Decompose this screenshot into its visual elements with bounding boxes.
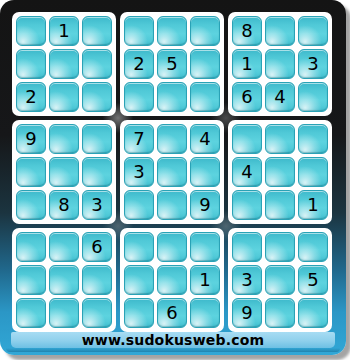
cell-r2c6[interactable] bbox=[190, 49, 220, 79]
cell-r6c7[interactable] bbox=[232, 190, 262, 220]
cell-r2c3[interactable] bbox=[82, 49, 112, 79]
cell-r4c6[interactable]: 4 bbox=[190, 124, 220, 154]
cell-r3c9[interactable] bbox=[298, 82, 328, 112]
cell-r3c6[interactable] bbox=[190, 82, 220, 112]
cell-r5c3[interactable] bbox=[82, 157, 112, 187]
site-url: www.sudokusweb.com bbox=[82, 332, 265, 348]
sudoku-block-2-3: 41 bbox=[228, 120, 332, 224]
cell-r2c8[interactable] bbox=[265, 49, 295, 79]
cell-r8c6[interactable]: 1 bbox=[190, 265, 220, 295]
cell-r9c1[interactable] bbox=[16, 298, 46, 328]
cell-r4c7[interactable] bbox=[232, 124, 262, 154]
cell-r4c5[interactable] bbox=[157, 124, 187, 154]
cell-r6c1[interactable] bbox=[16, 190, 46, 220]
cell-r4c4[interactable]: 7 bbox=[124, 124, 154, 154]
cell-r2c5[interactable]: 5 bbox=[157, 49, 187, 79]
cell-r4c8[interactable] bbox=[265, 124, 295, 154]
cell-r9c7[interactable]: 9 bbox=[232, 298, 262, 328]
cell-r3c8[interactable]: 4 bbox=[265, 82, 295, 112]
cell-r4c9[interactable] bbox=[298, 124, 328, 154]
cell-r6c3[interactable]: 3 bbox=[82, 190, 112, 220]
cell-r6c8[interactable] bbox=[265, 190, 295, 220]
sudoku-block-2-1: 983 bbox=[12, 120, 116, 224]
cell-r1c3[interactable] bbox=[82, 16, 112, 46]
cell-r8c1[interactable] bbox=[16, 265, 46, 295]
cell-r4c2[interactable] bbox=[49, 124, 79, 154]
cell-r3c5[interactable] bbox=[157, 82, 187, 112]
sudoku-block-1-2: 25 bbox=[120, 12, 224, 116]
cell-r4c1[interactable]: 9 bbox=[16, 124, 46, 154]
cell-r9c3[interactable] bbox=[82, 298, 112, 328]
cell-r8c2[interactable] bbox=[49, 265, 79, 295]
cell-r4c3[interactable] bbox=[82, 124, 112, 154]
cell-r1c2[interactable]: 1 bbox=[49, 16, 79, 46]
cell-r2c2[interactable] bbox=[49, 49, 79, 79]
sudoku-block-3-1: 6 bbox=[12, 228, 116, 332]
cell-r6c2[interactable]: 8 bbox=[49, 190, 79, 220]
cell-r7c1[interactable] bbox=[16, 232, 46, 262]
cell-r1c7[interactable]: 8 bbox=[232, 16, 262, 46]
cell-r5c9[interactable] bbox=[298, 157, 328, 187]
sudoku-block-1-1: 12 bbox=[12, 12, 116, 116]
cell-r2c9[interactable]: 3 bbox=[298, 49, 328, 79]
cell-r6c4[interactable] bbox=[124, 190, 154, 220]
cell-r3c2[interactable] bbox=[49, 82, 79, 112]
cell-r1c4[interactable] bbox=[124, 16, 154, 46]
sudoku-block-2-2: 7439 bbox=[120, 120, 224, 224]
cell-r2c1[interactable] bbox=[16, 49, 46, 79]
cell-r7c4[interactable] bbox=[124, 232, 154, 262]
sudoku-block-3-3: 359 bbox=[228, 228, 332, 332]
sudoku-board: 122581364983743941616359 www.sudokusweb.… bbox=[0, 0, 346, 355]
sudoku-block-3-2: 16 bbox=[120, 228, 224, 332]
cell-r9c2[interactable] bbox=[49, 298, 79, 328]
cell-r1c9[interactable] bbox=[298, 16, 328, 46]
cell-r9c8[interactable] bbox=[265, 298, 295, 328]
cell-r7c3[interactable]: 6 bbox=[82, 232, 112, 262]
cell-r5c5[interactable] bbox=[157, 157, 187, 187]
cell-r8c9[interactable]: 5 bbox=[298, 265, 328, 295]
cell-r3c1[interactable]: 2 bbox=[16, 82, 46, 112]
cell-r1c1[interactable] bbox=[16, 16, 46, 46]
cell-r5c7[interactable]: 4 bbox=[232, 157, 262, 187]
cell-r5c4[interactable]: 3 bbox=[124, 157, 154, 187]
footer-bar: www.sudokusweb.com bbox=[11, 332, 335, 348]
cell-r7c2[interactable] bbox=[49, 232, 79, 262]
cell-r8c4[interactable] bbox=[124, 265, 154, 295]
cell-r1c6[interactable] bbox=[190, 16, 220, 46]
cell-r5c2[interactable] bbox=[49, 157, 79, 187]
cell-r5c6[interactable] bbox=[190, 157, 220, 187]
cell-r9c9[interactable] bbox=[298, 298, 328, 328]
sudoku-block-1-3: 81364 bbox=[228, 12, 332, 116]
cell-r9c6[interactable] bbox=[190, 298, 220, 328]
cell-r7c7[interactable] bbox=[232, 232, 262, 262]
frame-bottom-edge bbox=[6, 348, 340, 352]
cell-r8c5[interactable] bbox=[157, 265, 187, 295]
cell-r6c9[interactable]: 1 bbox=[298, 190, 328, 220]
cell-r7c5[interactable] bbox=[157, 232, 187, 262]
cell-r8c7[interactable]: 3 bbox=[232, 265, 262, 295]
cell-r1c8[interactable] bbox=[265, 16, 295, 46]
cell-r3c4[interactable] bbox=[124, 82, 154, 112]
cell-r8c3[interactable] bbox=[82, 265, 112, 295]
cell-r8c8[interactable] bbox=[265, 265, 295, 295]
cell-r6c5[interactable] bbox=[157, 190, 187, 220]
cell-r3c3[interactable] bbox=[82, 82, 112, 112]
cell-r5c8[interactable] bbox=[265, 157, 295, 187]
cell-r2c7[interactable]: 1 bbox=[232, 49, 262, 79]
cell-r7c6[interactable] bbox=[190, 232, 220, 262]
sudoku-grid: 122581364983743941616359 bbox=[12, 12, 332, 332]
cell-r3c7[interactable]: 6 bbox=[232, 82, 262, 112]
cell-r9c4[interactable] bbox=[124, 298, 154, 328]
cell-r7c8[interactable] bbox=[265, 232, 295, 262]
cell-r1c5[interactable] bbox=[157, 16, 187, 46]
cell-r7c9[interactable] bbox=[298, 232, 328, 262]
cell-r9c5[interactable]: 6 bbox=[157, 298, 187, 328]
cell-r2c4[interactable]: 2 bbox=[124, 49, 154, 79]
cell-r5c1[interactable] bbox=[16, 157, 46, 187]
cell-r6c6[interactable]: 9 bbox=[190, 190, 220, 220]
